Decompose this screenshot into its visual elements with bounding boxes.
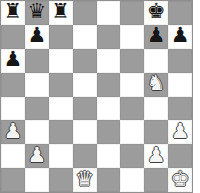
piece-white-pawn: ♟ — [27, 145, 46, 166]
square-d5[interactable] — [73, 73, 97, 97]
square-g2[interactable]: ♟ — [144, 144, 168, 168]
square-g6[interactable] — [144, 49, 168, 73]
square-g7[interactable]: ♟ — [144, 25, 168, 49]
square-c4[interactable] — [49, 97, 73, 121]
square-h2[interactable] — [168, 144, 192, 168]
square-f2[interactable] — [120, 144, 144, 168]
piece-black-pawn: ♟ — [27, 25, 46, 46]
square-a8[interactable]: ♜ — [1, 1, 25, 25]
sidebar-strip: caissa.com — [193, 0, 200, 193]
square-d1[interactable]: ♛ — [73, 168, 97, 192]
square-e2[interactable] — [97, 144, 121, 168]
square-f5[interactable] — [120, 73, 144, 97]
square-g3[interactable] — [144, 120, 168, 144]
square-a6[interactable]: ♟ — [1, 49, 25, 73]
square-e4[interactable] — [97, 97, 121, 121]
piece-black-king: ♚ — [147, 1, 166, 22]
square-d7[interactable] — [73, 25, 97, 49]
square-a3[interactable]: ♟ — [1, 120, 25, 144]
chess-diagram: ♜♛♜♚♟♟♟♟♞♟♟♟♟♛♚ caissa.com — [0, 0, 200, 193]
square-f4[interactable] — [120, 97, 144, 121]
square-f7[interactable] — [120, 25, 144, 49]
square-a4[interactable] — [1, 97, 25, 121]
square-h6[interactable] — [168, 49, 192, 73]
square-g8[interactable]: ♚ — [144, 1, 168, 25]
square-c6[interactable] — [49, 49, 73, 73]
piece-black-rook: ♜ — [4, 1, 23, 22]
square-d2[interactable] — [73, 144, 97, 168]
square-c7[interactable] — [49, 25, 73, 49]
piece-white-pawn: ♟ — [171, 121, 190, 142]
square-c1[interactable] — [49, 168, 73, 192]
square-e8[interactable] — [97, 1, 121, 25]
piece-white-king: ♚ — [171, 169, 190, 190]
square-b6[interactable] — [25, 49, 49, 73]
square-b2[interactable]: ♟ — [25, 144, 49, 168]
square-b7[interactable]: ♟ — [25, 25, 49, 49]
piece-black-pawn: ♟ — [147, 25, 166, 46]
square-e3[interactable] — [97, 120, 121, 144]
chess-board: ♜♛♜♚♟♟♟♟♞♟♟♟♟♛♚ — [0, 0, 193, 193]
square-c5[interactable] — [49, 73, 73, 97]
square-b4[interactable] — [25, 97, 49, 121]
square-a7[interactable] — [1, 25, 25, 49]
square-f1[interactable] — [120, 168, 144, 192]
square-g1[interactable] — [144, 168, 168, 192]
square-b1[interactable] — [25, 168, 49, 192]
square-b3[interactable] — [25, 120, 49, 144]
square-h5[interactable] — [168, 73, 192, 97]
piece-white-knight: ♞ — [147, 73, 166, 94]
square-h4[interactable] — [168, 97, 192, 121]
piece-black-queen: ♛ — [27, 1, 46, 22]
square-f3[interactable] — [120, 120, 144, 144]
square-c8[interactable]: ♜ — [49, 1, 73, 25]
piece-white-pawn: ♟ — [147, 145, 166, 166]
square-e7[interactable] — [97, 25, 121, 49]
square-g4[interactable] — [144, 97, 168, 121]
piece-black-rook: ♜ — [51, 1, 70, 22]
piece-white-pawn: ♟ — [4, 121, 23, 142]
square-a1[interactable] — [1, 168, 25, 192]
square-c3[interactable] — [49, 120, 73, 144]
square-a2[interactable] — [1, 144, 25, 168]
square-e6[interactable] — [97, 49, 121, 73]
square-d6[interactable] — [73, 49, 97, 73]
square-b5[interactable] — [25, 73, 49, 97]
square-d3[interactable] — [73, 120, 97, 144]
piece-black-pawn: ♟ — [4, 49, 23, 70]
square-e1[interactable] — [97, 168, 121, 192]
square-c2[interactable] — [49, 144, 73, 168]
piece-black-pawn: ♟ — [171, 25, 190, 46]
square-h1[interactable]: ♚ — [168, 168, 192, 192]
square-d8[interactable] — [73, 1, 97, 25]
square-d4[interactable] — [73, 97, 97, 121]
square-g5[interactable]: ♞ — [144, 73, 168, 97]
square-h7[interactable]: ♟ — [168, 25, 192, 49]
square-h3[interactable]: ♟ — [168, 120, 192, 144]
square-e5[interactable] — [97, 73, 121, 97]
square-f6[interactable] — [120, 49, 144, 73]
square-b8[interactable]: ♛ — [25, 1, 49, 25]
square-h8[interactable] — [168, 1, 192, 25]
piece-white-queen: ♛ — [75, 169, 94, 190]
square-a5[interactable] — [1, 73, 25, 97]
square-f8[interactable] — [120, 1, 144, 25]
